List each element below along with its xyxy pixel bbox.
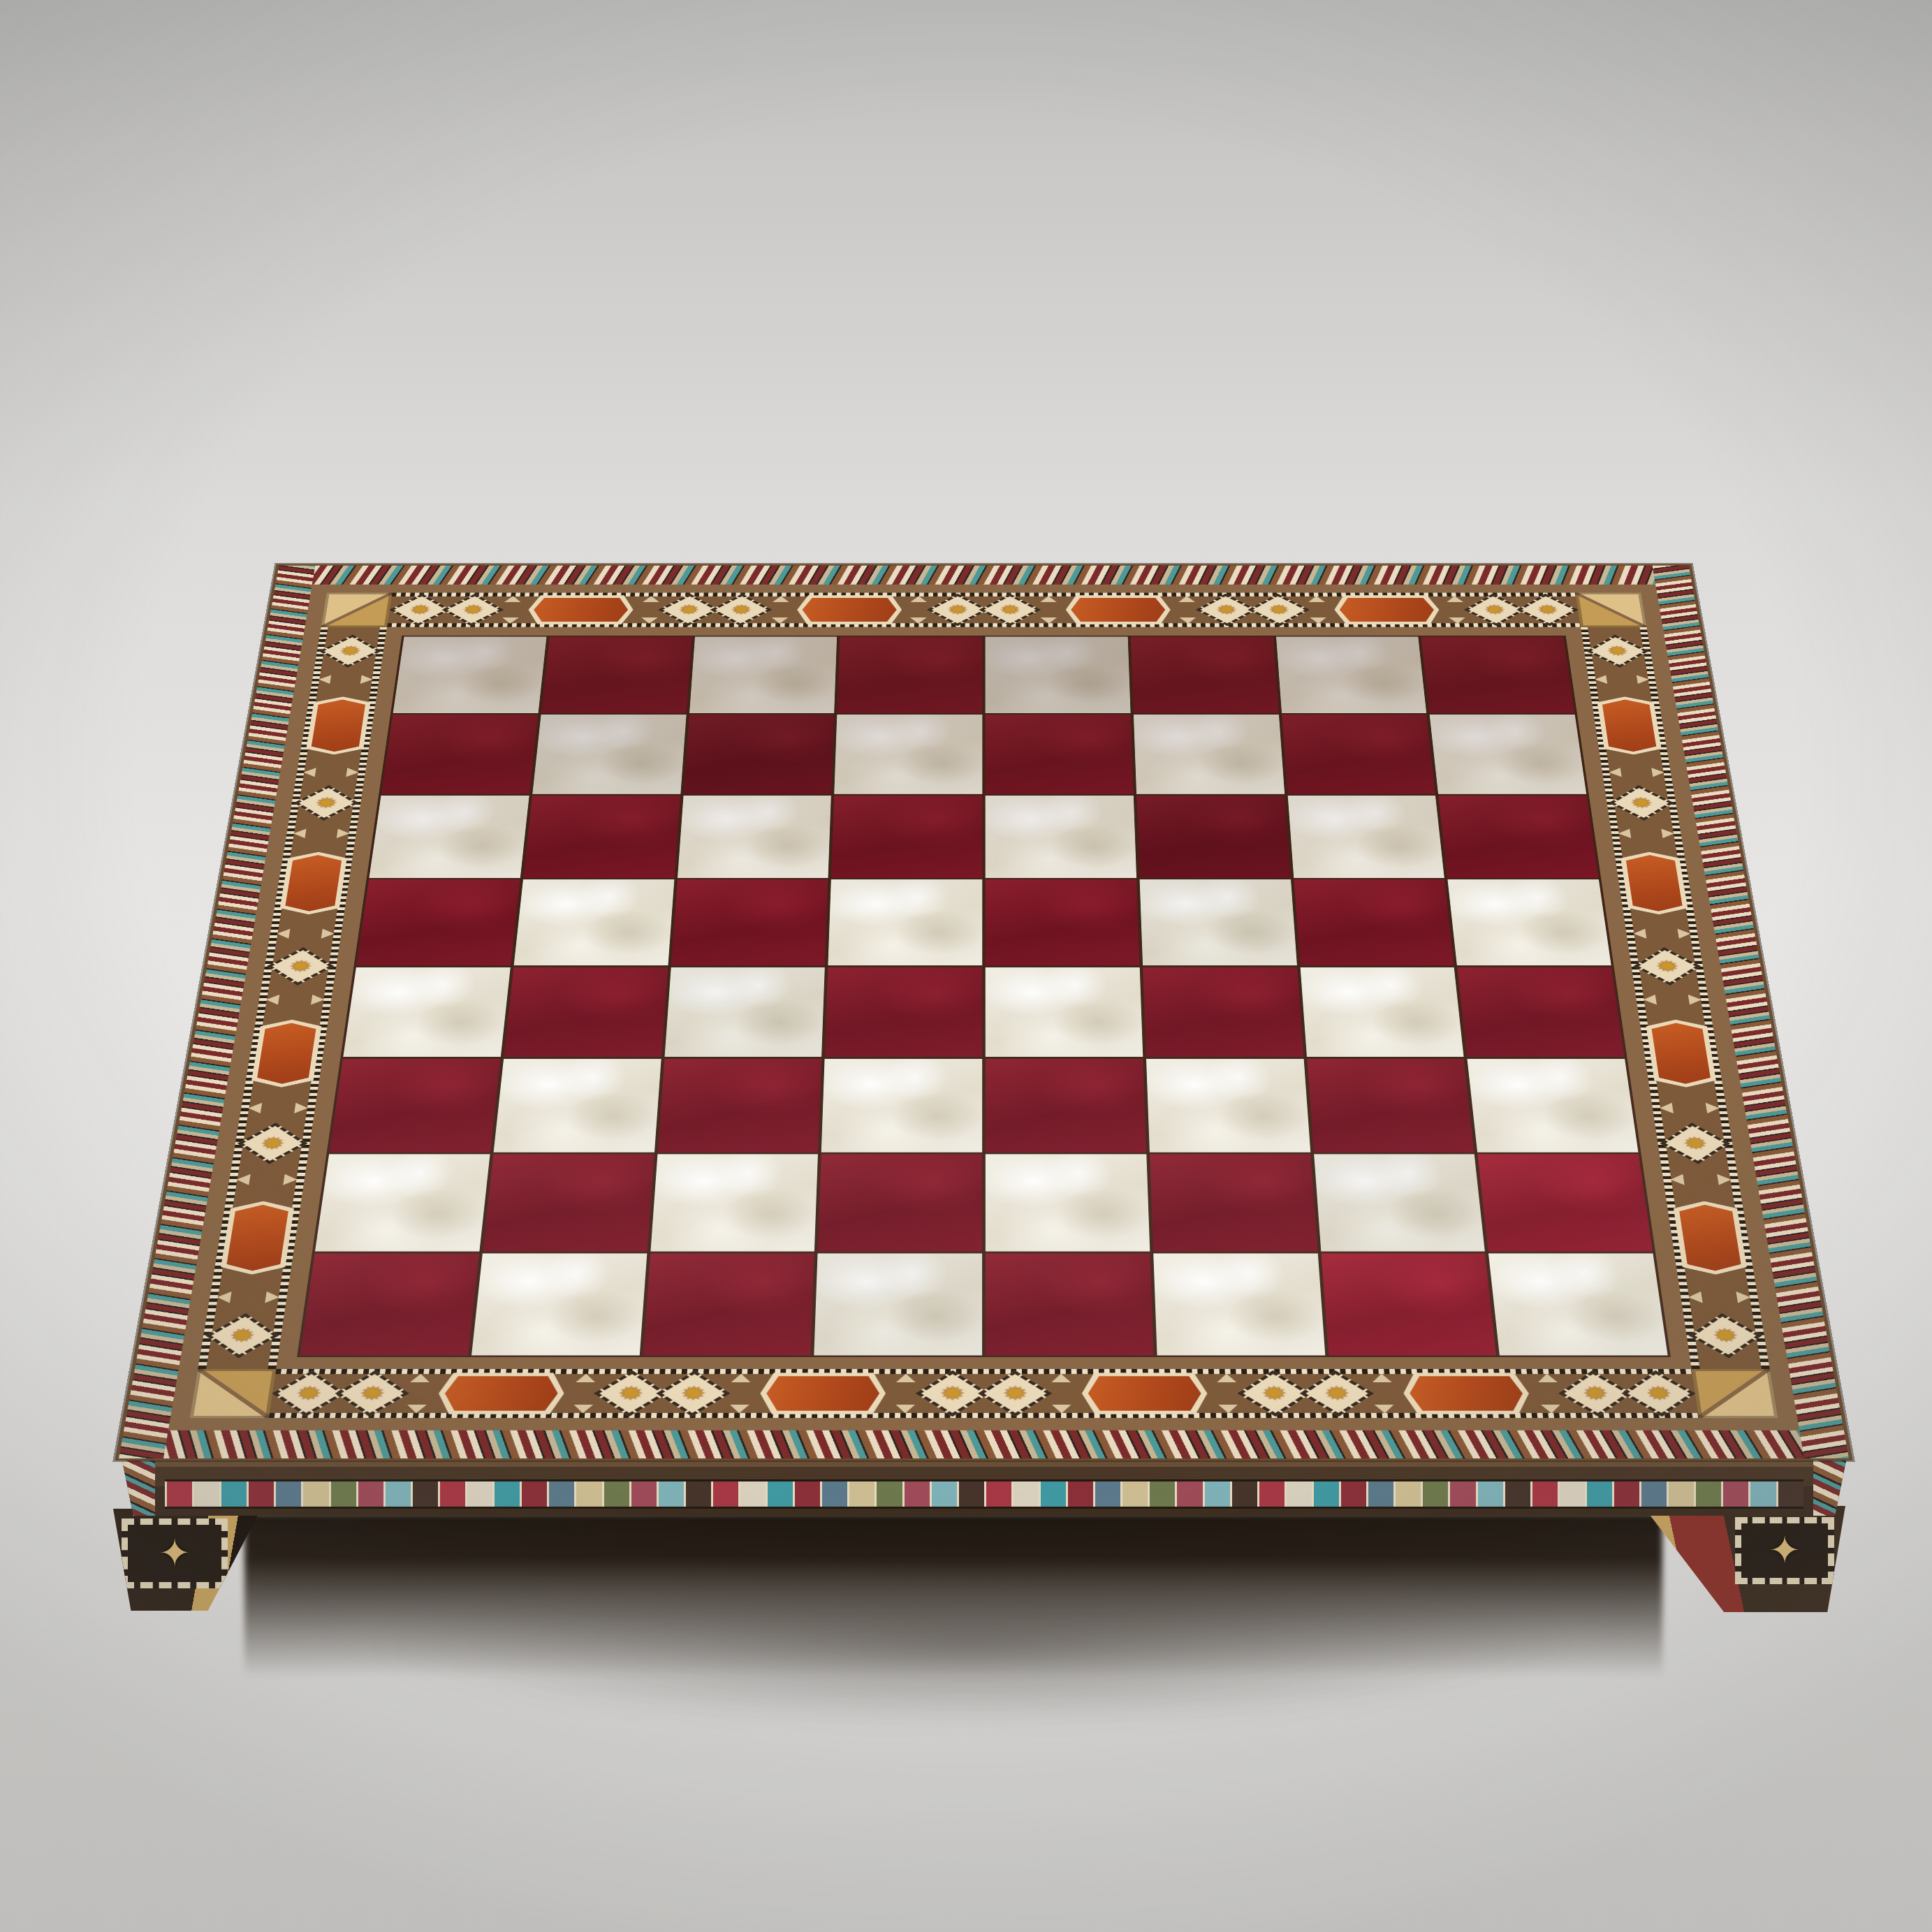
border-triangle-fillers xyxy=(1632,929,1691,939)
rosette-star-icon: ✹ xyxy=(259,1135,286,1152)
border-rosette-diamond: ✹ xyxy=(1300,1370,1374,1417)
square-b2[interactable] xyxy=(483,1154,654,1252)
ribbon-tile xyxy=(465,1481,492,1507)
board-front-face xyxy=(116,1456,1852,1516)
mosaic-corner-bottom-right xyxy=(1692,1369,1778,1418)
mosaic-corner-bottom-left xyxy=(190,1369,277,1418)
rosette-star-icon: ✹ xyxy=(358,1384,386,1403)
border-hexagon-inlay xyxy=(1645,1020,1717,1088)
border-hexagon-inlay xyxy=(527,595,634,624)
ribbon-tile xyxy=(766,1481,793,1507)
foot-star-icon: ✦ xyxy=(1769,1532,1800,1569)
rosette-star-icon: ✹ xyxy=(1682,1135,1708,1152)
ribbon-tile xyxy=(1175,1481,1202,1507)
ribbon-tile xyxy=(247,1481,274,1507)
square-e4[interactable] xyxy=(986,967,1143,1057)
square-b5[interactable] xyxy=(513,879,674,965)
square-g4[interactable] xyxy=(1300,967,1464,1057)
border-triangle-fillers xyxy=(1609,768,1665,777)
ribbon-tile xyxy=(356,1481,383,1507)
square-c1[interactable] xyxy=(643,1254,814,1356)
rosette-star-icon: ✹ xyxy=(1581,1384,1609,1403)
rosette-star-icon: ✹ xyxy=(1484,603,1507,617)
ribbon-tile xyxy=(957,1481,984,1507)
square-a5[interactable] xyxy=(356,879,520,965)
square-a2[interactable] xyxy=(315,1154,490,1252)
square-h8[interactable] xyxy=(1421,636,1575,712)
ribbon-tile xyxy=(1448,1481,1475,1507)
rosette-star-icon: ✹ xyxy=(1644,1384,1672,1403)
square-g7[interactable] xyxy=(1282,715,1435,794)
ribbon-tile xyxy=(1776,1481,1803,1507)
ribbon-tile xyxy=(192,1481,219,1507)
ribbon-tile xyxy=(1476,1481,1503,1507)
ribbon-tile xyxy=(1285,1481,1312,1507)
border-triangle-fillers xyxy=(318,675,373,684)
ribbon-tile xyxy=(1148,1481,1175,1507)
border-triangle-fillers xyxy=(293,829,350,838)
ribbon-tile xyxy=(329,1481,356,1507)
ribbon-tile xyxy=(520,1481,547,1507)
ribbon-tile xyxy=(874,1481,902,1507)
square-b3[interactable] xyxy=(493,1059,661,1152)
square-d3[interactable] xyxy=(821,1059,982,1152)
border-hexagon-inlay xyxy=(1333,595,1441,624)
ribbon-tile xyxy=(1721,1481,1748,1507)
ribbon-tile xyxy=(684,1481,711,1507)
ribbon-tile xyxy=(820,1481,847,1507)
square-c5[interactable] xyxy=(671,879,828,965)
border-rosette-diamond: ✹ xyxy=(1247,594,1310,626)
square-c7[interactable] xyxy=(683,715,834,794)
photo-scene: ✹✹✹✹✹✹✹✹✹✹ ✹✹✹✹✹✹✹✹✹✹ ✹✹✹✹✹ ✹✹✹✹✹ ✦ ✦ xyxy=(0,0,1932,1932)
border-rosette-diamond: ✹ xyxy=(335,1370,409,1417)
border-triangle-fillers xyxy=(1447,596,1466,624)
rosette-star-icon: ✹ xyxy=(1002,1384,1028,1403)
rosette-star-icon: ✹ xyxy=(731,603,753,617)
border-hexagon-inlay xyxy=(1065,595,1171,624)
ribbon-tile xyxy=(165,1481,192,1507)
rosette-star-icon: ✹ xyxy=(947,603,969,617)
square-c3[interactable] xyxy=(657,1059,821,1152)
ribbon-tile xyxy=(1558,1481,1585,1507)
ribbon-tile xyxy=(793,1481,820,1507)
border-triangle-fillers xyxy=(1372,1374,1394,1414)
border-triangle-fillers xyxy=(1618,829,1675,838)
border-triangle-fillers xyxy=(1659,1103,1720,1113)
border-rosette-diamond: ✹ xyxy=(1516,594,1579,626)
square-b8[interactable] xyxy=(541,636,692,712)
border-triangle-fillers xyxy=(1643,995,1703,1005)
square-d1[interactable] xyxy=(814,1254,983,1356)
border-rosette-diamond: ✹ xyxy=(267,947,335,986)
ribbon-tile xyxy=(438,1481,465,1507)
rosette-star-icon: ✹ xyxy=(939,1384,965,1403)
border-hexagon-inlay xyxy=(279,852,348,914)
ribbon-tile xyxy=(930,1481,957,1507)
rosette-star-icon: ✹ xyxy=(339,644,363,657)
border-rosette-diamond: ✹ xyxy=(979,594,1041,626)
ribbon-tile xyxy=(219,1481,247,1507)
border-triangle-fillers xyxy=(1688,1291,1752,1303)
square-e2[interactable] xyxy=(986,1154,1150,1252)
ribbon-tile xyxy=(411,1481,438,1507)
square-f6[interactable] xyxy=(1136,796,1291,878)
border-triangle-fillers xyxy=(1041,596,1058,624)
border-triangle-fillers xyxy=(407,1374,430,1414)
square-g3[interactable] xyxy=(1307,1059,1474,1152)
square-h7[interactable] xyxy=(1430,715,1586,794)
foot-star-icon: ✦ xyxy=(159,1535,190,1572)
square-d8[interactable] xyxy=(837,636,983,712)
ribbon-tile xyxy=(301,1481,328,1507)
square-e1[interactable] xyxy=(986,1254,1154,1356)
square-c8[interactable] xyxy=(689,636,837,712)
rosette-star-icon: ✹ xyxy=(617,1384,644,1403)
ribbon-tile xyxy=(602,1481,629,1507)
border-hexagon-inlay xyxy=(1402,1373,1532,1414)
border-triangle-fillers xyxy=(729,1374,751,1414)
ribbon-tile xyxy=(1667,1481,1694,1507)
border-triangle-fillers xyxy=(910,596,927,624)
border-rosette-diamond: ✹ xyxy=(710,594,773,626)
border-rosette-diamond: ✹ xyxy=(1660,1122,1730,1164)
square-a8[interactable] xyxy=(393,636,547,712)
ribbon-tile xyxy=(1421,1481,1448,1507)
ribbon-tile xyxy=(574,1481,601,1507)
border-triangle-fillers xyxy=(502,596,521,624)
foot-medallion-right: ✦ xyxy=(1735,1517,1834,1584)
ribbon-tile xyxy=(1039,1481,1066,1507)
ribbon-tile xyxy=(1066,1481,1093,1507)
front-ribbon xyxy=(165,1479,1803,1509)
border-rosette-diamond: ✹ xyxy=(237,1122,307,1164)
ribbon-tile xyxy=(1585,1481,1612,1507)
square-a4[interactable] xyxy=(343,967,510,1057)
ribbon-tile xyxy=(1694,1481,1721,1507)
square-c2[interactable] xyxy=(650,1154,818,1252)
border-triangle-fillers xyxy=(1217,1374,1238,1414)
border-rosette-diamond: ✹ xyxy=(1689,1313,1762,1359)
board-grid xyxy=(300,636,1667,1355)
square-f5[interactable] xyxy=(1139,879,1296,965)
ribbon-tile xyxy=(1393,1481,1421,1507)
ribbon-tile xyxy=(383,1481,411,1507)
rosette-star-icon: ✹ xyxy=(1268,603,1290,617)
border-triangle-fillers xyxy=(1308,596,1326,624)
square-f1[interactable] xyxy=(1153,1254,1325,1356)
rosette-star-icon: ✹ xyxy=(1629,796,1653,810)
ribbon-tile xyxy=(1312,1481,1339,1507)
ribbon-tile xyxy=(1748,1481,1776,1507)
square-e6[interactable] xyxy=(986,796,1136,878)
mosaic-corner-top-left xyxy=(321,593,393,627)
ribbon-tile xyxy=(1257,1481,1285,1507)
square-c4[interactable] xyxy=(664,967,825,1057)
square-e7[interactable] xyxy=(986,715,1134,794)
border-rosette-diamond: ✹ xyxy=(1634,947,1702,986)
border-stripe-band-top xyxy=(275,566,1692,585)
front-face-stripe-cap-left xyxy=(122,1460,155,1516)
ribbon-tile xyxy=(1011,1481,1039,1507)
square-a3[interactable] xyxy=(330,1059,501,1152)
under-board-shadow xyxy=(244,1513,1662,1677)
mosaic-corner-top-right xyxy=(1576,593,1647,627)
border-hexagon-inlay xyxy=(759,1373,886,1414)
rosette-star-icon: ✹ xyxy=(314,796,339,810)
border-hexagon-inlay xyxy=(305,696,371,754)
border-triangle-fillers xyxy=(1178,596,1196,624)
rosette-star-icon: ✹ xyxy=(288,958,314,974)
ribbon-tile xyxy=(1366,1481,1393,1507)
border-triangle-fillers xyxy=(265,995,325,1005)
chess-board: ✹✹✹✹✹✹✹✹✹✹ ✹✹✹✹✹✹✹✹✹✹ ✹✹✹✹✹ ✹✹✹✹✹ xyxy=(119,566,1849,1458)
border-rosette-diamond: ✹ xyxy=(1609,785,1674,821)
rosette-star-icon: ✹ xyxy=(1000,603,1021,617)
square-g8[interactable] xyxy=(1276,636,1427,712)
square-f8[interactable] xyxy=(1131,636,1279,712)
ribbon-tile xyxy=(629,1481,657,1507)
ribbon-tile xyxy=(274,1481,301,1507)
border-hexagon-inlay xyxy=(437,1373,566,1414)
square-d7[interactable] xyxy=(834,715,982,794)
square-b1[interactable] xyxy=(471,1254,647,1356)
rosette-star-icon: ✹ xyxy=(678,603,700,617)
rosette-star-icon: ✹ xyxy=(1261,1384,1287,1403)
mosaic-strip-top: ✹✹✹✹✹✹✹✹✹✹ xyxy=(387,593,1581,627)
square-h4[interactable] xyxy=(1457,967,1624,1057)
square-d6[interactable] xyxy=(831,796,982,878)
rosette-star-icon: ✹ xyxy=(1536,603,1559,617)
square-d4[interactable] xyxy=(825,967,982,1057)
rosette-star-icon: ✹ xyxy=(1655,958,1681,974)
border-rosette-diamond: ✹ xyxy=(294,785,359,821)
square-h2[interactable] xyxy=(1478,1154,1653,1252)
ribbon-tile xyxy=(711,1481,738,1507)
ribbon-tile xyxy=(738,1481,766,1507)
square-f2[interactable] xyxy=(1150,1154,1317,1252)
border-triangle-fillers xyxy=(641,596,659,624)
ribbon-tile xyxy=(1612,1481,1639,1507)
square-f4[interactable] xyxy=(1143,967,1303,1057)
border-stripe-band-bottom xyxy=(119,1430,1849,1458)
square-d5[interactable] xyxy=(828,879,983,965)
border-triangle-fillers xyxy=(1537,1374,1561,1414)
square-a1[interactable] xyxy=(300,1254,478,1356)
square-g2[interactable] xyxy=(1314,1154,1485,1252)
border-hexagon-inlay xyxy=(251,1020,323,1088)
border-hexagon-inlay xyxy=(1620,852,1689,914)
ribbon-tile xyxy=(492,1481,520,1507)
border-triangle-fillers xyxy=(247,1103,309,1113)
ribbon-tile xyxy=(1093,1481,1120,1507)
rosette-star-icon: ✹ xyxy=(1215,603,1238,617)
ribbon-tile xyxy=(1339,1481,1366,1507)
ribbon-tile xyxy=(1203,1481,1230,1507)
square-h1[interactable] xyxy=(1488,1254,1667,1356)
border-triangle-fillers xyxy=(1595,675,1650,684)
border-triangle-fillers xyxy=(302,768,359,777)
border-hexagon-inlay xyxy=(219,1201,295,1275)
square-e3[interactable] xyxy=(986,1059,1146,1152)
square-h3[interactable] xyxy=(1468,1059,1639,1152)
border-hexagon-inlay xyxy=(1672,1201,1748,1275)
ribbon-tile xyxy=(657,1481,684,1507)
rosette-star-icon: ✹ xyxy=(1324,1384,1350,1403)
square-d2[interactable] xyxy=(818,1154,982,1252)
square-h5[interactable] xyxy=(1448,879,1611,965)
rosette-star-icon: ✹ xyxy=(228,1326,256,1345)
square-a7[interactable] xyxy=(381,715,538,794)
border-triangle-fillers xyxy=(573,1374,595,1414)
square-a6[interactable] xyxy=(369,796,529,878)
foot-medallion-left: ✦ xyxy=(122,1518,228,1588)
border-triangle-fillers xyxy=(276,929,335,939)
rosette-star-icon: ✹ xyxy=(680,1384,707,1403)
square-f7[interactable] xyxy=(1134,715,1285,794)
border-triangle-fillers xyxy=(235,1174,298,1185)
playing-field xyxy=(297,636,1671,1357)
square-g6[interactable] xyxy=(1287,796,1444,878)
square-b7[interactable] xyxy=(532,715,686,794)
rosette-star-icon: ✹ xyxy=(409,603,432,617)
square-e5[interactable] xyxy=(986,879,1140,965)
ribbon-tile xyxy=(1639,1481,1667,1507)
square-g1[interactable] xyxy=(1321,1254,1496,1356)
ribbon-tile xyxy=(902,1481,930,1507)
rosette-star-icon: ✹ xyxy=(1711,1326,1739,1345)
ribbon-tile xyxy=(847,1481,874,1507)
rosette-star-icon: ✹ xyxy=(1606,644,1630,657)
ribbon-tile xyxy=(547,1481,574,1507)
border-triangle-fillers xyxy=(1669,1174,1732,1185)
ribbon-tile xyxy=(1230,1481,1257,1507)
ribbon-tile xyxy=(1120,1481,1148,1507)
square-b6[interactable] xyxy=(523,796,680,878)
border-hexagon-inlay xyxy=(1596,696,1662,754)
border-rosette-diamond: ✹ xyxy=(205,1313,279,1359)
square-b4[interactable] xyxy=(504,967,668,1057)
border-rosette-diamond: ✹ xyxy=(657,1370,731,1417)
border-triangle-fillers xyxy=(1052,1374,1072,1414)
border-triangle-fillers xyxy=(217,1291,281,1303)
border-rosette-diamond: ✹ xyxy=(1621,1370,1695,1417)
border-hexagon-inlay xyxy=(796,595,902,624)
border-rosette-diamond: ✹ xyxy=(442,594,504,626)
border-hexagon-inlay xyxy=(1081,1373,1208,1414)
rosette-star-icon: ✹ xyxy=(295,1384,323,1403)
ribbon-tile xyxy=(1530,1481,1558,1507)
square-h6[interactable] xyxy=(1438,796,1598,878)
border-triangle-fillers xyxy=(896,1374,916,1414)
rosette-star-icon: ✹ xyxy=(461,603,484,617)
border-triangle-fillers xyxy=(771,596,789,624)
square-f3[interactable] xyxy=(1146,1059,1310,1152)
square-c6[interactable] xyxy=(678,796,832,878)
ribbon-tile xyxy=(984,1481,1011,1507)
border-rosette-diamond: ✹ xyxy=(1586,634,1648,667)
border-rosette-diamond: ✹ xyxy=(319,634,381,667)
ribbon-tile xyxy=(1503,1481,1530,1507)
square-e8[interactable] xyxy=(986,636,1131,712)
square-g5[interactable] xyxy=(1294,879,1454,965)
border-rosette-diamond: ✹ xyxy=(978,1370,1052,1417)
mosaic-strip-bottom: ✹✹✹✹✹✹✹✹✹✹ xyxy=(269,1369,1699,1418)
